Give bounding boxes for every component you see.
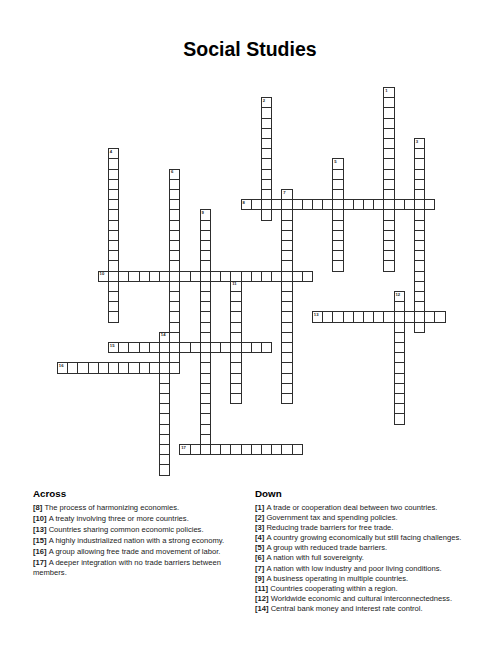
clue-number-10: 10 [100, 271, 105, 276]
across-clue-15: [15] A highly industrialized nation with… [33, 536, 247, 547]
clue-number-17: 17 [181, 445, 186, 450]
clue-number-9: 9 [202, 210, 204, 215]
clue-number-13: 13 [314, 312, 319, 317]
grid-cell-r23c35[interactable] [414, 322, 425, 333]
grid-cell-r11c36[interactable] [424, 199, 435, 210]
grid-cell-r35c23[interactable] [292, 444, 303, 455]
down-clue-3: [3] Reducing trade barriers for free tra… [255, 523, 479, 533]
down-clue-6: [6] A nation with full sovereignty. [255, 553, 479, 563]
clue-number-4: 4 [110, 149, 112, 154]
down-header: Down [255, 488, 479, 499]
clue-number-11: 11 [232, 281, 236, 286]
clue-number-6: 6 [171, 169, 173, 174]
down-clue-list: [1] A trade or cooperation deal between … [255, 503, 479, 614]
grid-cell-r37c10[interactable] [159, 464, 170, 475]
down-clue-7: [7] A nation with low industry and poor … [255, 564, 479, 574]
grid-cell-r22c5[interactable] [108, 311, 119, 322]
down-clue-2: [2] Government tax and spending policies… [255, 513, 479, 523]
clue-number-1: 1 [385, 88, 387, 93]
across-clue-13: [13] Countries sharing common economic p… [33, 525, 247, 536]
grid-cell-r30c17[interactable] [230, 393, 241, 404]
clue-number-12: 12 [395, 292, 400, 297]
across-header: Across [33, 488, 247, 499]
down-clue-1: [1] A trade or cooperation deal between … [255, 503, 479, 513]
grid-cell-r22c37[interactable] [434, 311, 445, 322]
clue-number-2: 2 [263, 98, 265, 103]
page: Social Studies 1234567891011121314151617… [0, 0, 500, 647]
crossword-board: 1234567891011121314151617 [57, 87, 446, 476]
grid-cell-r30c22[interactable] [281, 393, 292, 404]
clue-number-8: 8 [242, 200, 244, 205]
across-clue-17: [17] A deeper integration with no trade … [33, 558, 247, 580]
across-clues-section: Across [8] The process of harmonizing ec… [33, 488, 247, 579]
down-clue-11: [11] Countries cooperating within a regi… [255, 584, 479, 594]
clue-number-5: 5 [334, 159, 336, 164]
down-clue-4: [4] A country growing economically but s… [255, 533, 479, 543]
across-clue-16: [16] A group allowing free trade and mov… [33, 547, 247, 558]
grid-cell-r17c32[interactable] [383, 260, 394, 271]
down-clue-5: [5] A group with reduced trade barriers. [255, 543, 479, 553]
clue-number-14: 14 [161, 332, 166, 337]
clue-number-3: 3 [416, 139, 418, 144]
puzzle-title: Social Studies [0, 38, 500, 61]
down-clues-section: Down [1] A trade or cooperation deal bet… [255, 488, 479, 614]
clue-number-7: 7 [283, 190, 285, 195]
across-clue-8: [8] The process of harmonizing economies… [33, 503, 247, 514]
grid-cell-r27c11[interactable] [169, 362, 180, 373]
down-clue-14: [14] Central bank money and interest rat… [255, 604, 479, 614]
grid-cell-r18c24[interactable] [302, 271, 313, 282]
down-clue-12: [12] Worldwide economic and cultural int… [255, 594, 479, 604]
grid-cell-r25c20[interactable] [261, 342, 272, 353]
across-clue-10: [10] A treaty involving three or more co… [33, 514, 247, 525]
across-clue-list: [8] The process of harmonizing economies… [33, 503, 247, 579]
grid-cell-r32c33[interactable] [394, 413, 405, 424]
clue-number-15: 15 [110, 343, 115, 348]
grid-cell-r12c20[interactable] [261, 209, 272, 220]
grid-cell-r17c27[interactable] [332, 260, 343, 271]
clue-number-16: 16 [59, 363, 64, 368]
down-clue-9: [9] A business operating in multiple cou… [255, 574, 479, 584]
